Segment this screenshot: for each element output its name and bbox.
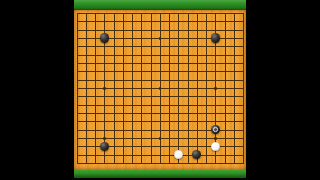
black-stone xyxy=(100,142,109,151)
grid-line-horizontal xyxy=(77,155,245,156)
table-bar-top xyxy=(74,0,246,10)
grid-line-vertical xyxy=(169,13,170,164)
grid-line-vertical xyxy=(234,13,235,164)
grid-line-horizontal xyxy=(77,113,245,114)
go-board[interactable] xyxy=(74,10,246,170)
last-move-marker xyxy=(213,127,218,132)
star-point xyxy=(159,37,161,39)
grid-line-horizontal xyxy=(77,105,245,106)
app-background xyxy=(0,0,320,180)
star-point xyxy=(159,137,161,139)
black-stone xyxy=(192,150,201,159)
grid-line-vertical xyxy=(225,13,226,164)
grid-line-vertical xyxy=(197,13,198,164)
black-stone xyxy=(211,125,220,134)
table-bar-bottom xyxy=(74,170,246,178)
star-point xyxy=(214,87,216,89)
star-point xyxy=(103,87,105,89)
board-column xyxy=(74,0,246,180)
black-stone xyxy=(211,33,220,42)
white-stone xyxy=(174,150,183,159)
black-stone xyxy=(100,33,109,42)
grid-line-vertical xyxy=(178,13,179,164)
star-point xyxy=(159,87,161,89)
board-grid xyxy=(74,10,246,170)
grid-line-horizontal xyxy=(77,163,245,164)
grid-line-horizontal xyxy=(77,121,245,122)
star-point xyxy=(214,137,216,139)
grid-line-vertical xyxy=(243,13,244,164)
grid-line-vertical xyxy=(188,13,189,164)
grid-line-horizontal xyxy=(77,96,245,97)
white-stone xyxy=(211,142,220,151)
star-point xyxy=(103,137,105,139)
grid-line-vertical xyxy=(206,13,207,164)
